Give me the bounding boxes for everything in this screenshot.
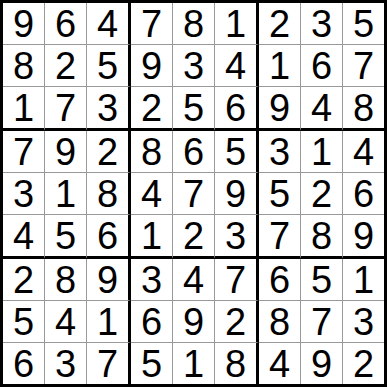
cell-r4c2[interactable]: 9 bbox=[45, 131, 87, 173]
cell-r1c1[interactable]: 9 bbox=[3, 3, 45, 45]
cell-r9c9[interactable]: 2 bbox=[343, 343, 384, 384]
sudoku-board: 9647812358259341671732569487928653143184… bbox=[0, 0, 387, 387]
cell-r5c1[interactable]: 3 bbox=[3, 173, 45, 215]
cell-r7c6[interactable]: 7 bbox=[215, 259, 259, 301]
cell-r8c2[interactable]: 4 bbox=[45, 301, 87, 343]
cell-r1c8[interactable]: 3 bbox=[301, 3, 343, 45]
cell-r6c3[interactable]: 6 bbox=[87, 215, 131, 259]
cell-r3c1[interactable]: 1 bbox=[3, 87, 45, 131]
cell-r7c7[interactable]: 6 bbox=[259, 259, 301, 301]
cell-r3c5[interactable]: 5 bbox=[173, 87, 215, 131]
cell-r6c9[interactable]: 9 bbox=[343, 215, 384, 259]
cell-r4c9[interactable]: 4 bbox=[343, 131, 384, 173]
cell-r4c3[interactable]: 2 bbox=[87, 131, 131, 173]
cell-r3c6[interactable]: 6 bbox=[215, 87, 259, 131]
cell-r5c8[interactable]: 2 bbox=[301, 173, 343, 215]
cell-r1c6[interactable]: 1 bbox=[215, 3, 259, 45]
cell-r9c8[interactable]: 9 bbox=[301, 343, 343, 384]
cell-r8c5[interactable]: 9 bbox=[173, 301, 215, 343]
cell-r3c4[interactable]: 2 bbox=[131, 87, 173, 131]
cell-r8c3[interactable]: 1 bbox=[87, 301, 131, 343]
cell-r5c3[interactable]: 8 bbox=[87, 173, 131, 215]
cell-r2c8[interactable]: 6 bbox=[301, 45, 343, 87]
cell-r5c7[interactable]: 5 bbox=[259, 173, 301, 215]
cell-r8c6[interactable]: 2 bbox=[215, 301, 259, 343]
cell-r6c1[interactable]: 4 bbox=[3, 215, 45, 259]
cell-r6c2[interactable]: 5 bbox=[45, 215, 87, 259]
cell-r7c9[interactable]: 1 bbox=[343, 259, 384, 301]
cell-r9c7[interactable]: 4 bbox=[259, 343, 301, 384]
cell-r7c2[interactable]: 8 bbox=[45, 259, 87, 301]
cell-r7c4[interactable]: 3 bbox=[131, 259, 173, 301]
cell-r5c5[interactable]: 7 bbox=[173, 173, 215, 215]
cell-r8c7[interactable]: 8 bbox=[259, 301, 301, 343]
cell-r3c7[interactable]: 9 bbox=[259, 87, 301, 131]
cell-r2c9[interactable]: 7 bbox=[343, 45, 384, 87]
cell-r8c1[interactable]: 5 bbox=[3, 301, 45, 343]
cell-r1c7[interactable]: 2 bbox=[259, 3, 301, 45]
cell-r2c7[interactable]: 1 bbox=[259, 45, 301, 87]
cell-r2c2[interactable]: 2 bbox=[45, 45, 87, 87]
cell-r4c1[interactable]: 7 bbox=[3, 131, 45, 173]
cell-r9c1[interactable]: 6 bbox=[3, 343, 45, 384]
cell-r4c5[interactable]: 6 bbox=[173, 131, 215, 173]
cell-r2c6[interactable]: 4 bbox=[215, 45, 259, 87]
cell-r5c9[interactable]: 6 bbox=[343, 173, 384, 215]
cell-r6c4[interactable]: 1 bbox=[131, 215, 173, 259]
cell-r9c6[interactable]: 8 bbox=[215, 343, 259, 384]
cell-r7c1[interactable]: 2 bbox=[3, 259, 45, 301]
cell-r1c2[interactable]: 6 bbox=[45, 3, 87, 45]
cell-r7c8[interactable]: 5 bbox=[301, 259, 343, 301]
cell-r6c6[interactable]: 3 bbox=[215, 215, 259, 259]
cell-r5c6[interactable]: 9 bbox=[215, 173, 259, 215]
cell-r1c4[interactable]: 7 bbox=[131, 3, 173, 45]
cell-r3c8[interactable]: 4 bbox=[301, 87, 343, 131]
cell-r8c9[interactable]: 3 bbox=[343, 301, 384, 343]
cell-r9c4[interactable]: 5 bbox=[131, 343, 173, 384]
cell-r4c7[interactable]: 3 bbox=[259, 131, 301, 173]
cell-r1c3[interactable]: 4 bbox=[87, 3, 131, 45]
cell-r6c5[interactable]: 2 bbox=[173, 215, 215, 259]
cell-r4c6[interactable]: 5 bbox=[215, 131, 259, 173]
cell-r7c3[interactable]: 9 bbox=[87, 259, 131, 301]
cell-r8c4[interactable]: 6 bbox=[131, 301, 173, 343]
cell-r9c3[interactable]: 7 bbox=[87, 343, 131, 384]
cell-r2c4[interactable]: 9 bbox=[131, 45, 173, 87]
cell-r3c2[interactable]: 7 bbox=[45, 87, 87, 131]
cell-r3c9[interactable]: 8 bbox=[343, 87, 384, 131]
cell-r2c3[interactable]: 5 bbox=[87, 45, 131, 87]
cell-r4c8[interactable]: 1 bbox=[301, 131, 343, 173]
cell-r1c9[interactable]: 5 bbox=[343, 3, 384, 45]
cell-r9c5[interactable]: 1 bbox=[173, 343, 215, 384]
cell-r7c5[interactable]: 4 bbox=[173, 259, 215, 301]
cell-r6c8[interactable]: 8 bbox=[301, 215, 343, 259]
cell-r4c4[interactable]: 8 bbox=[131, 131, 173, 173]
cell-r2c1[interactable]: 8 bbox=[3, 45, 45, 87]
cell-r2c5[interactable]: 3 bbox=[173, 45, 215, 87]
cell-r9c2[interactable]: 3 bbox=[45, 343, 87, 384]
cell-r8c8[interactable]: 7 bbox=[301, 301, 343, 343]
cell-r5c4[interactable]: 4 bbox=[131, 173, 173, 215]
sudoku-page: 9647812358259341671732569487928653143184… bbox=[0, 0, 387, 387]
cell-r3c3[interactable]: 3 bbox=[87, 87, 131, 131]
cell-r5c2[interactable]: 1 bbox=[45, 173, 87, 215]
cell-r6c7[interactable]: 7 bbox=[259, 215, 301, 259]
cell-r1c5[interactable]: 8 bbox=[173, 3, 215, 45]
